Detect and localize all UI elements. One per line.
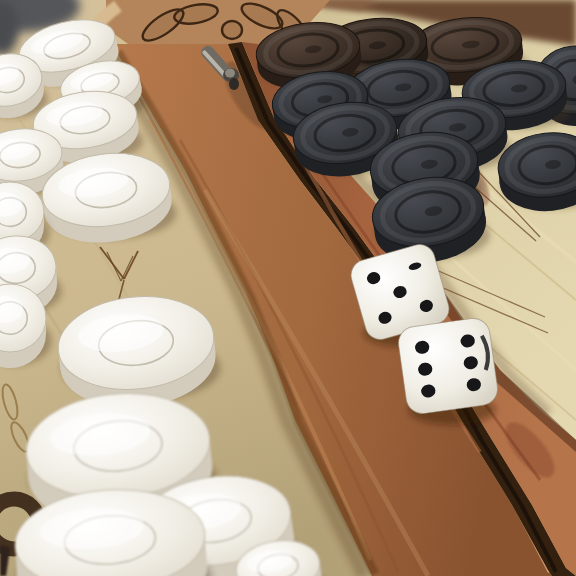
backgammon-photo	[0, 0, 576, 576]
die-showing-6[interactable]	[396, 316, 499, 425]
flower-petal	[222, 21, 242, 39]
